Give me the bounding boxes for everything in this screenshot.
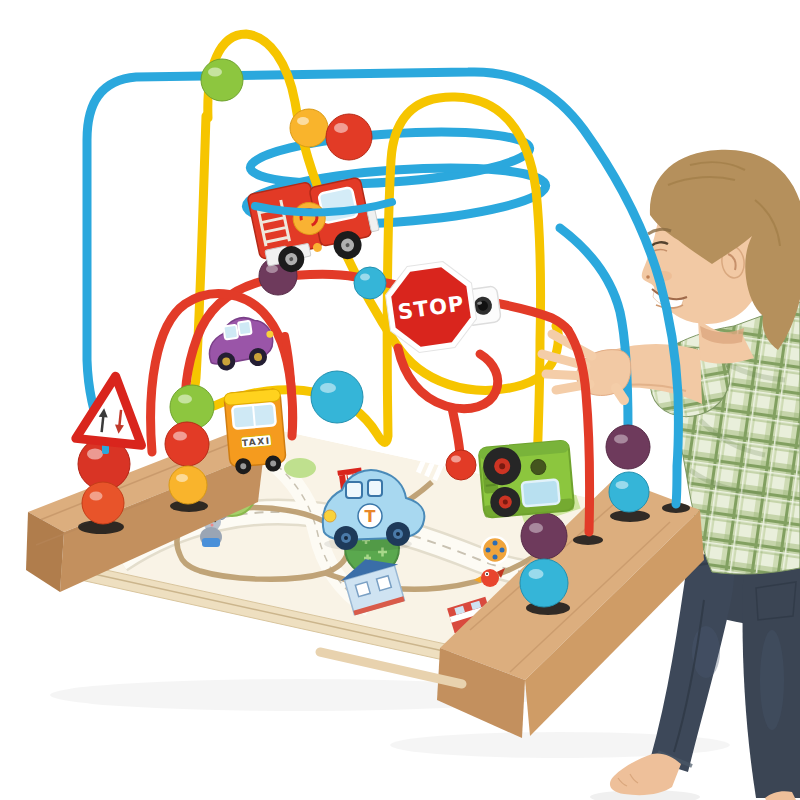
orange-taxi: TAXI: [224, 389, 287, 476]
bead-red-small: [446, 450, 476, 480]
bead-cyan-mid: [354, 267, 386, 299]
bead-green-top: [201, 59, 243, 101]
car-door-letter: T: [365, 507, 376, 526]
car-window: [368, 480, 382, 496]
scene-svg: P: [0, 0, 800, 800]
tractor-window: [522, 479, 560, 506]
map-bush: [284, 458, 316, 478]
car-windshield: [346, 482, 362, 498]
boy-nostril: [646, 275, 650, 279]
car-headlight: [324, 510, 336, 522]
map-roundabout: [482, 537, 508, 563]
bead-red-loop: [326, 114, 372, 160]
product-photo: P: [0, 0, 800, 800]
boy-thumb: [616, 388, 624, 400]
bead-cyan-lower: [311, 371, 363, 423]
bead-yellow-loop: [290, 109, 328, 147]
green-tractor: [479, 440, 575, 519]
